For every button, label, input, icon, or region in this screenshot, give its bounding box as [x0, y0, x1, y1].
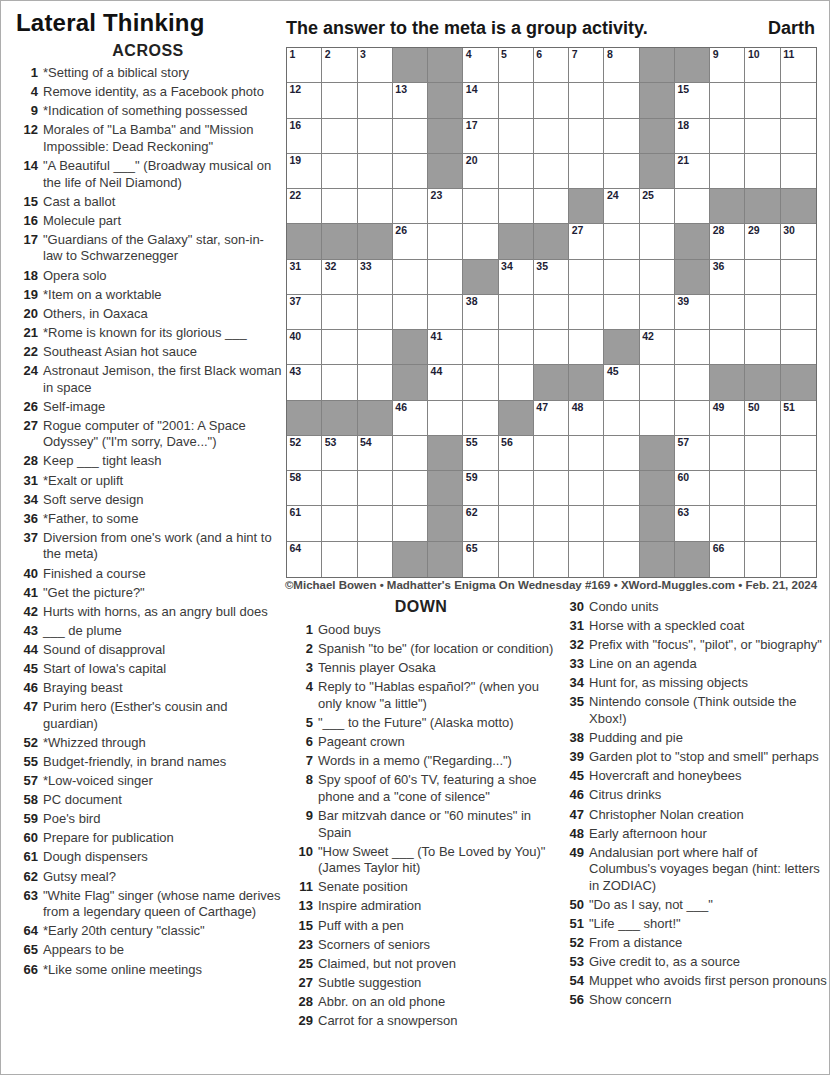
across-clue-4: 4Remove identity, as a Facebook photo	[13, 84, 283, 101]
grid-cell-r15c13[interactable]: 66	[710, 542, 745, 577]
grid-cell-r14c15[interactable]	[781, 506, 816, 541]
grid-cell-r14c13[interactable]	[710, 506, 745, 541]
clue-text: Inspire admiration	[318, 898, 554, 915]
grid-cell-r1c3[interactable]: 3	[358, 48, 393, 83]
grid-cell-r1c9[interactable]: 7	[569, 48, 604, 83]
cell-number: 11	[783, 49, 794, 60]
page-title: Lateral Thinking	[16, 9, 205, 37]
grid-cell-r9c7[interactable]	[499, 330, 534, 365]
grid-cell-r4c13[interactable]	[710, 154, 745, 189]
across-clue-65: 65Appears to be	[13, 942, 283, 959]
clue-number: 52	[13, 735, 43, 752]
grid-cell-r11c8[interactable]: 47	[534, 401, 569, 436]
grid-cell-r11c11[interactable]	[640, 401, 675, 436]
down-clue-2: 2Spanish "to be" (for location or condit…	[288, 641, 554, 658]
grid-cell-r7c8[interactable]: 35	[534, 260, 569, 295]
grid-cell-r1c1[interactable]: 1	[287, 48, 322, 83]
grid-cell-r15c11	[640, 542, 675, 577]
grid-cell-r3c4[interactable]	[393, 119, 428, 154]
across-clue-19: 19*Item on a worktable	[13, 287, 283, 304]
clue-text: Garden plot to "stop and smell" perhaps	[589, 749, 827, 766]
down-clue-6: 6Pageant crown	[288, 734, 554, 751]
grid-cell-r13c2[interactable]	[322, 471, 357, 506]
grid-cell-r8c9[interactable]	[569, 295, 604, 330]
grid-cell-r1c6[interactable]: 4	[463, 48, 498, 83]
grid-cell-r9c14[interactable]	[745, 330, 780, 365]
grid-cell-r7c9[interactable]	[569, 260, 604, 295]
grid-cell-r8c10[interactable]	[604, 295, 639, 330]
grid-cell-r9c8[interactable]	[534, 330, 569, 365]
grid-cell-r9c10	[604, 330, 639, 365]
grid-cell-r14c5	[428, 506, 463, 541]
grid-cell-r11c6[interactable]	[463, 401, 498, 436]
clue-text: Line on an agenda	[589, 656, 827, 673]
grid-cell-r4c15[interactable]	[781, 154, 816, 189]
clue-text: Southeast Asian hot sauce	[43, 344, 283, 361]
grid-cell-r2c13[interactable]	[710, 83, 745, 118]
grid-cell-r2c6[interactable]: 14	[463, 83, 498, 118]
clue-number: 57	[13, 773, 43, 790]
grid-cell-r2c1[interactable]: 12	[287, 83, 322, 118]
grid-cell-r14c10[interactable]	[604, 506, 639, 541]
grid-cell-r11c15[interactable]: 51	[781, 401, 816, 436]
grid-cell-r6c10[interactable]	[604, 224, 639, 259]
grid-cell-r14c6[interactable]: 62	[463, 506, 498, 541]
grid-cell-r12c13[interactable]	[710, 436, 745, 471]
grid-cell-r5c4[interactable]	[393, 189, 428, 224]
clue-text: *Item on a worktable	[43, 287, 283, 304]
grid-cell-r11c10[interactable]	[604, 401, 639, 436]
grid-cell-r1c7[interactable]: 5	[499, 48, 534, 83]
grid-cell-r14c1[interactable]: 61	[287, 506, 322, 541]
grid-cell-r10c12[interactable]	[675, 365, 710, 400]
grid-cell-r7c3[interactable]: 33	[358, 260, 393, 295]
clue-number: 45	[13, 661, 43, 678]
grid-cell-r14c11	[640, 506, 675, 541]
clue-text: Nintendo console (Think outside the Xbox…	[589, 694, 827, 727]
cell-number: 26	[395, 225, 407, 236]
grid-cell-r15c6[interactable]: 65	[463, 542, 498, 577]
grid-cell-r15c8[interactable]	[534, 542, 569, 577]
clue-number: 62	[13, 869, 43, 886]
grid-cell-r2c12[interactable]: 15	[675, 83, 710, 118]
grid-cell-r12c4[interactable]	[393, 436, 428, 471]
grid-cell-r13c8[interactable]	[534, 471, 569, 506]
down-clue-8: 8Spy spoof of 60's TV, featuring a shoe …	[288, 772, 554, 805]
clue-number: 27	[13, 418, 43, 451]
cell-number: 53	[325, 437, 337, 448]
grid-cell-r14c2[interactable]	[322, 506, 357, 541]
grid-cell-r15c14[interactable]	[745, 542, 780, 577]
grid-cell-r12c6[interactable]: 55	[463, 436, 498, 471]
grid-cell-r12c3[interactable]: 54	[358, 436, 393, 471]
down-clue-46: 46Citrus drinks	[559, 787, 827, 804]
clue-text: *Father, to some	[43, 511, 283, 528]
grid-cell-r12c9[interactable]	[569, 436, 604, 471]
grid-cell-r1c13[interactable]: 9	[710, 48, 745, 83]
grid-cell-r1c14[interactable]: 10	[745, 48, 780, 83]
grid-cell-r13c14[interactable]	[745, 471, 780, 506]
across-clue-55: 55Budget-friendly, in brand names	[13, 754, 283, 771]
across-clue-15: 15Cast a ballot	[13, 194, 283, 211]
grid-cell-r13c9[interactable]	[569, 471, 604, 506]
grid-cell-r7c5[interactable]	[428, 260, 463, 295]
grid-cell-r4c8[interactable]	[534, 154, 569, 189]
clue-number: 31	[559, 618, 589, 635]
grid-cell-r14c7[interactable]	[499, 506, 534, 541]
grid-cell-r4c14[interactable]	[745, 154, 780, 189]
grid-cell-r8c8[interactable]	[534, 295, 569, 330]
grid-cell-r9c11[interactable]: 42	[640, 330, 675, 365]
grid-cell-r9c15[interactable]	[781, 330, 816, 365]
grid-cell-r3c8[interactable]	[534, 119, 569, 154]
clue-text: Astronaut Jemison, the first Black woman…	[43, 363, 283, 396]
cell-number: 59	[466, 472, 478, 483]
grid-cell-r2c14[interactable]	[745, 83, 780, 118]
grid-cell-r3c7[interactable]	[499, 119, 534, 154]
cell-number: 19	[290, 155, 302, 166]
grid-cell-r4c11	[640, 154, 675, 189]
grid-cell-r2c15[interactable]	[781, 83, 816, 118]
grid-cell-r1c10[interactable]: 8	[604, 48, 639, 83]
grid-cell-r12c12[interactable]: 57	[675, 436, 710, 471]
grid-cell-r3c1[interactable]: 16	[287, 119, 322, 154]
grid-cell-r7c13[interactable]: 36	[710, 260, 745, 295]
grid-cell-r7c15[interactable]	[781, 260, 816, 295]
down-clue-15: 15Puff with a pen	[288, 918, 554, 935]
grid-cell-r2c11	[640, 83, 675, 118]
cell-number: 56	[501, 437, 513, 448]
grid-cell-r13c10[interactable]	[604, 471, 639, 506]
grid-cell-r4c1[interactable]: 19	[287, 154, 322, 189]
clue-number: 45	[559, 768, 589, 785]
grid-cell-r10c6[interactable]	[463, 365, 498, 400]
grid-cell-r14c8[interactable]	[534, 506, 569, 541]
grid-cell-r12c2[interactable]: 53	[322, 436, 357, 471]
grid-cell-r5c10[interactable]: 24	[604, 189, 639, 224]
grid-cell-r11c3	[358, 401, 393, 436]
clue-number: 39	[559, 749, 589, 766]
grid-cell-r12c14[interactable]	[745, 436, 780, 471]
grid-cell-r6c6[interactable]	[463, 224, 498, 259]
clue-number: 16	[13, 213, 43, 230]
grid-cell-r7c7[interactable]: 34	[499, 260, 534, 295]
cell-number: 25	[642, 190, 654, 201]
grid-cell-r8c2[interactable]	[322, 295, 357, 330]
grid-cell-r4c12[interactable]: 21	[675, 154, 710, 189]
grid-cell-r15c9[interactable]	[569, 542, 604, 577]
grid-cell-r1c15[interactable]: 11	[781, 48, 816, 83]
grid-cell-r5c6[interactable]	[463, 189, 498, 224]
across-panel: ACROSS 1*Setting of a biblical story4Rem…	[13, 42, 283, 981]
grid-cell-r9c9[interactable]	[569, 330, 604, 365]
clue-text: Prefix with "focus", "pilot", or "biogra…	[589, 637, 827, 654]
across-clue-46: 46Braying beast	[13, 680, 283, 697]
clue-number: 1	[13, 65, 43, 82]
clue-number: 34	[559, 675, 589, 692]
author-byline: Darth	[768, 18, 815, 39]
grid-cell-r14c4[interactable]	[393, 506, 428, 541]
grid-cell-r7c11[interactable]	[640, 260, 675, 295]
down-clue-53: 53Give credit to, as a source	[559, 954, 827, 971]
cell-number: 9	[713, 49, 719, 60]
grid-cell-r4c4[interactable]	[393, 154, 428, 189]
grid-cell-r13c6[interactable]: 59	[463, 471, 498, 506]
grid-cell-r8c14[interactable]	[745, 295, 780, 330]
grid-cell-r12c15[interactable]	[781, 436, 816, 471]
clue-text: Show concern	[589, 992, 827, 1009]
grid-cell-r10c1[interactable]: 43	[287, 365, 322, 400]
cell-number: 42	[642, 331, 654, 342]
grid-cell-r12c5	[428, 436, 463, 471]
grid-cell-r11c12[interactable]	[675, 401, 710, 436]
grid-cell-r8c11[interactable]	[640, 295, 675, 330]
grid-cell-r12c8[interactable]	[534, 436, 569, 471]
down-clue-23: 23Scorners of seniors	[288, 937, 554, 954]
grid-cell-r15c1[interactable]: 64	[287, 542, 322, 577]
across-clue-9: 9*Indication of something possessed	[13, 103, 283, 120]
across-clue-list: 1*Setting of a biblical story4Remove ide…	[13, 65, 283, 978]
grid-cell-r10c2[interactable]	[322, 365, 357, 400]
grid-cell-r4c9[interactable]	[569, 154, 604, 189]
clue-text: Soft serve design	[43, 492, 283, 509]
across-clue-22: 22Southeast Asian hot sauce	[13, 344, 283, 361]
across-clue-26: 26Self-image	[13, 399, 283, 416]
grid-cell-r3c10[interactable]	[604, 119, 639, 154]
grid-cell-r5c11[interactable]: 25	[640, 189, 675, 224]
grid-cell-r10c14	[745, 365, 780, 400]
grid-cell-r3c15[interactable]	[781, 119, 816, 154]
grid-cell-r2c7[interactable]	[499, 83, 534, 118]
across-clue-40: 40Finished a course	[13, 566, 283, 583]
grid-cell-r2c10[interactable]	[604, 83, 639, 118]
cell-number: 47	[536, 402, 548, 413]
grid-cell-r7c1[interactable]: 31	[287, 260, 322, 295]
down-clue-11: 11Senate position	[288, 879, 554, 896]
grid-cell-r9c6[interactable]	[463, 330, 498, 365]
clue-number: 34	[13, 492, 43, 509]
grid-cell-r2c8[interactable]	[534, 83, 569, 118]
down-clue-50: 50"Do as I say, not ___"	[559, 897, 827, 914]
cell-number: 46	[395, 402, 407, 413]
grid-cell-r11c9[interactable]: 48	[569, 401, 604, 436]
cell-number: 65	[466, 543, 478, 554]
across-clue-64: 64*Early 20th century "classic"	[13, 923, 283, 940]
grid-cell-r13c1[interactable]: 58	[287, 471, 322, 506]
cell-number: 38	[466, 296, 478, 307]
clue-text: Pageant crown	[318, 734, 554, 751]
clue-number: 1	[288, 622, 318, 639]
clue-number: 8	[288, 772, 318, 805]
clue-number: 66	[13, 962, 43, 979]
grid-cell-r4c6[interactable]: 20	[463, 154, 498, 189]
grid-cell-r7c4[interactable]	[393, 260, 428, 295]
clue-text: Hurts with horns, as an angry bull does	[43, 604, 283, 621]
grid-cell-r13c4[interactable]	[393, 471, 428, 506]
clue-number: 15	[288, 918, 318, 935]
grid-cell-r13c3[interactable]	[358, 471, 393, 506]
cell-number: 18	[677, 120, 689, 131]
grid-cell-r9c3[interactable]	[358, 330, 393, 365]
grid-cell-r3c2[interactable]	[322, 119, 357, 154]
grid-cell-r3c9[interactable]	[569, 119, 604, 154]
clue-number: 48	[559, 826, 589, 843]
grid-cell-r13c15[interactable]	[781, 471, 816, 506]
grid-cell-r4c3[interactable]	[358, 154, 393, 189]
grid-cell-r14c14[interactable]	[745, 506, 780, 541]
grid-cell-r7c2[interactable]: 32	[322, 260, 357, 295]
grid-cell-r9c13[interactable]	[710, 330, 745, 365]
clue-number: 19	[13, 287, 43, 304]
grid-cell-r2c9[interactable]	[569, 83, 604, 118]
grid-cell-r8c4[interactable]	[393, 295, 428, 330]
grid-cell-r1c2[interactable]: 2	[322, 48, 357, 83]
grid-cell-r11c14[interactable]: 50	[745, 401, 780, 436]
cell-number: 27	[572, 225, 584, 236]
grid-cell-r7c10[interactable]	[604, 260, 639, 295]
grid-cell-r6c15[interactable]: 30	[781, 224, 816, 259]
grid-cell-r5c7[interactable]	[499, 189, 534, 224]
cell-number: 30	[783, 225, 795, 236]
grid-cell-r8c6[interactable]: 38	[463, 295, 498, 330]
grid-cell-r5c12[interactable]	[675, 189, 710, 224]
grid-cell-r13c7[interactable]	[499, 471, 534, 506]
grid-cell-r2c4[interactable]: 13	[393, 83, 428, 118]
clue-text: *Rome is known for its glorious ___	[43, 325, 283, 342]
down-clue-49: 49Andalusian port where half of Columbus…	[559, 845, 827, 895]
cell-number: 28	[713, 225, 725, 236]
cell-number: 31	[290, 261, 302, 272]
across-header: ACROSS	[13, 42, 283, 60]
grid-cell-r3c6[interactable]: 17	[463, 119, 498, 154]
clue-text: Spanish "to be" (for location or conditi…	[318, 641, 554, 658]
clue-text: *Setting of a biblical story	[43, 65, 283, 82]
across-clue-58: 58PC document	[13, 792, 283, 809]
grid-cell-r4c7[interactable]	[499, 154, 534, 189]
across-clue-20: 20Others, in Oaxaca	[13, 306, 283, 323]
grid-cell-r15c3[interactable]	[358, 542, 393, 577]
grid-cell-r8c13[interactable]	[710, 295, 745, 330]
grid-cell-r12c7[interactable]: 56	[499, 436, 534, 471]
grid-cell-r9c5[interactable]: 41	[428, 330, 463, 365]
grid-cell-r7c14[interactable]	[745, 260, 780, 295]
grid-cell-r5c5[interactable]: 23	[428, 189, 463, 224]
grid-cell-r6c4[interactable]: 26	[393, 224, 428, 259]
grid-cell-r10c5[interactable]: 44	[428, 365, 463, 400]
down-clue-9: 9Bar mitzvah dance or "60 minutes" in Sp…	[288, 808, 554, 841]
grid-cell-r8c15[interactable]	[781, 295, 816, 330]
grid-cell-r8c1[interactable]: 37	[287, 295, 322, 330]
clue-number: 52	[559, 935, 589, 952]
grid-cell-r4c2[interactable]	[322, 154, 357, 189]
grid-cell-r8c5[interactable]	[428, 295, 463, 330]
grid-cell-r6c14[interactable]: 29	[745, 224, 780, 259]
grid-cell-r5c3[interactable]	[358, 189, 393, 224]
clue-number: 23	[288, 937, 318, 954]
clue-text: Molecule part	[43, 213, 283, 230]
clue-number: 37	[13, 530, 43, 563]
grid-cell-r13c12[interactable]: 60	[675, 471, 710, 506]
grid-cell-r2c3[interactable]	[358, 83, 393, 118]
cell-number: 23	[431, 190, 443, 201]
clue-number: 17	[13, 232, 43, 265]
across-clue-42: 42Hurts with horns, as an angry bull doe…	[13, 604, 283, 621]
grid-cell-r14c12[interactable]: 63	[675, 506, 710, 541]
grid-cell-r10c10[interactable]: 45	[604, 365, 639, 400]
across-clue-36: 36*Father, to some	[13, 511, 283, 528]
clue-number: 25	[288, 956, 318, 973]
grid-cell-r3c13[interactable]	[710, 119, 745, 154]
grid-cell-r8c7[interactable]	[499, 295, 534, 330]
clue-number: 22	[13, 344, 43, 361]
grid-cell-r8c3[interactable]	[358, 295, 393, 330]
grid-cell-r6c9[interactable]: 27	[569, 224, 604, 259]
grid-cell-r10c3[interactable]	[358, 365, 393, 400]
grid-cell-r15c2[interactable]	[322, 542, 357, 577]
grid-cell-r11c4[interactable]: 46	[393, 401, 428, 436]
clue-text: Hovercraft and honeybees	[589, 768, 827, 785]
grid-cell-r9c12[interactable]	[675, 330, 710, 365]
grid-cell-r12c1[interactable]: 52	[287, 436, 322, 471]
grid-cell-r6c5[interactable]	[428, 224, 463, 259]
grid-cell-r15c15[interactable]	[781, 542, 816, 577]
grid-cell-r4c10[interactable]	[604, 154, 639, 189]
grid-cell-r10c7[interactable]	[499, 365, 534, 400]
grid-cell-r12c10[interactable]	[604, 436, 639, 471]
clue-number: 29	[288, 1013, 318, 1030]
grid-cell-r5c1[interactable]: 22	[287, 189, 322, 224]
clue-number: 56	[559, 992, 589, 1009]
grid-cell-r15c7[interactable]	[499, 542, 534, 577]
clue-number: 49	[559, 845, 589, 895]
grid-cell-r1c5	[428, 48, 463, 83]
grid-cell-r9c2[interactable]	[322, 330, 357, 365]
clue-number: 24	[13, 363, 43, 396]
clue-number: 28	[288, 994, 318, 1011]
cell-number: 5	[501, 49, 507, 60]
grid-cell-r14c3[interactable]	[358, 506, 393, 541]
across-clue-12: 12Morales of "La Bamba" and "Mission Imp…	[13, 122, 283, 155]
clue-number: 64	[13, 923, 43, 940]
grid-cell-r2c2[interactable]	[322, 83, 357, 118]
grid-cell-r6c13[interactable]: 28	[710, 224, 745, 259]
grid-cell-r8c12[interactable]: 39	[675, 295, 710, 330]
clue-text: Tennis player Osaka	[318, 660, 554, 677]
grid-cell-r5c8[interactable]	[534, 189, 569, 224]
grid-cell-r9c1[interactable]: 40	[287, 330, 322, 365]
cell-number: 57	[677, 437, 689, 448]
cell-number: 8	[607, 49, 613, 60]
cell-number: 33	[360, 261, 372, 272]
grid-cell-r14c9[interactable]	[569, 506, 604, 541]
grid-cell-r6c11[interactable]	[640, 224, 675, 259]
grid-cell-r11c2	[322, 401, 357, 436]
grid-cell-r11c13[interactable]: 49	[710, 401, 745, 436]
grid-cell-r15c10[interactable]	[604, 542, 639, 577]
down-clue-33: 33Line on an agenda	[559, 656, 827, 673]
grid-cell-r3c14[interactable]	[745, 119, 780, 154]
grid-cell-r3c3[interactable]	[358, 119, 393, 154]
grid-cell-r11c5[interactable]	[428, 401, 463, 436]
clue-number: 61	[13, 849, 43, 866]
grid-cell-r1c8[interactable]: 6	[534, 48, 569, 83]
grid-cell-r13c13[interactable]	[710, 471, 745, 506]
grid-cell-r5c2[interactable]	[322, 189, 357, 224]
grid-cell-r10c11[interactable]	[640, 365, 675, 400]
clue-number: 3	[288, 660, 318, 677]
grid-cell-r3c12[interactable]: 18	[675, 119, 710, 154]
clue-text: *Whizzed through	[43, 735, 283, 752]
